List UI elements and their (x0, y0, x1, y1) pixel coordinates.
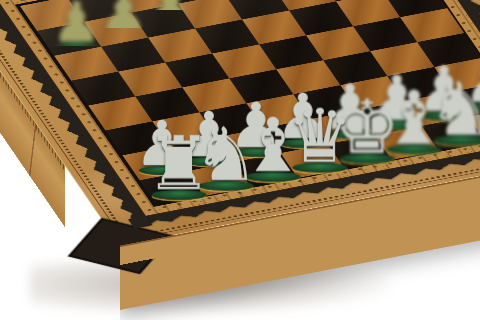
white-pawn-icon: ♟ (369, 68, 425, 130)
photo-stage: ♜♞♝♛♚♝♞♜♟♟♟♟♟♟♟♟♟♟♟♟♟♟♟♟♜♞♝♛♚♝♞♜ (0, 0, 480, 320)
zigzag-corner (128, 216, 152, 229)
scene: ♜♞♝♛♚♝♞♜♟♟♟♟♟♟♟♟♟♟♟♟♟♟♟♟♜♞♝♛♚♝♞♜ (0, 0, 480, 320)
chess-box: ♜♞♝♛♚♝♞♜♟♟♟♟♟♟♟♟♟♟♟♟♟♟♟♟♜♞♝♛♚♝♞♜ (0, 0, 480, 246)
